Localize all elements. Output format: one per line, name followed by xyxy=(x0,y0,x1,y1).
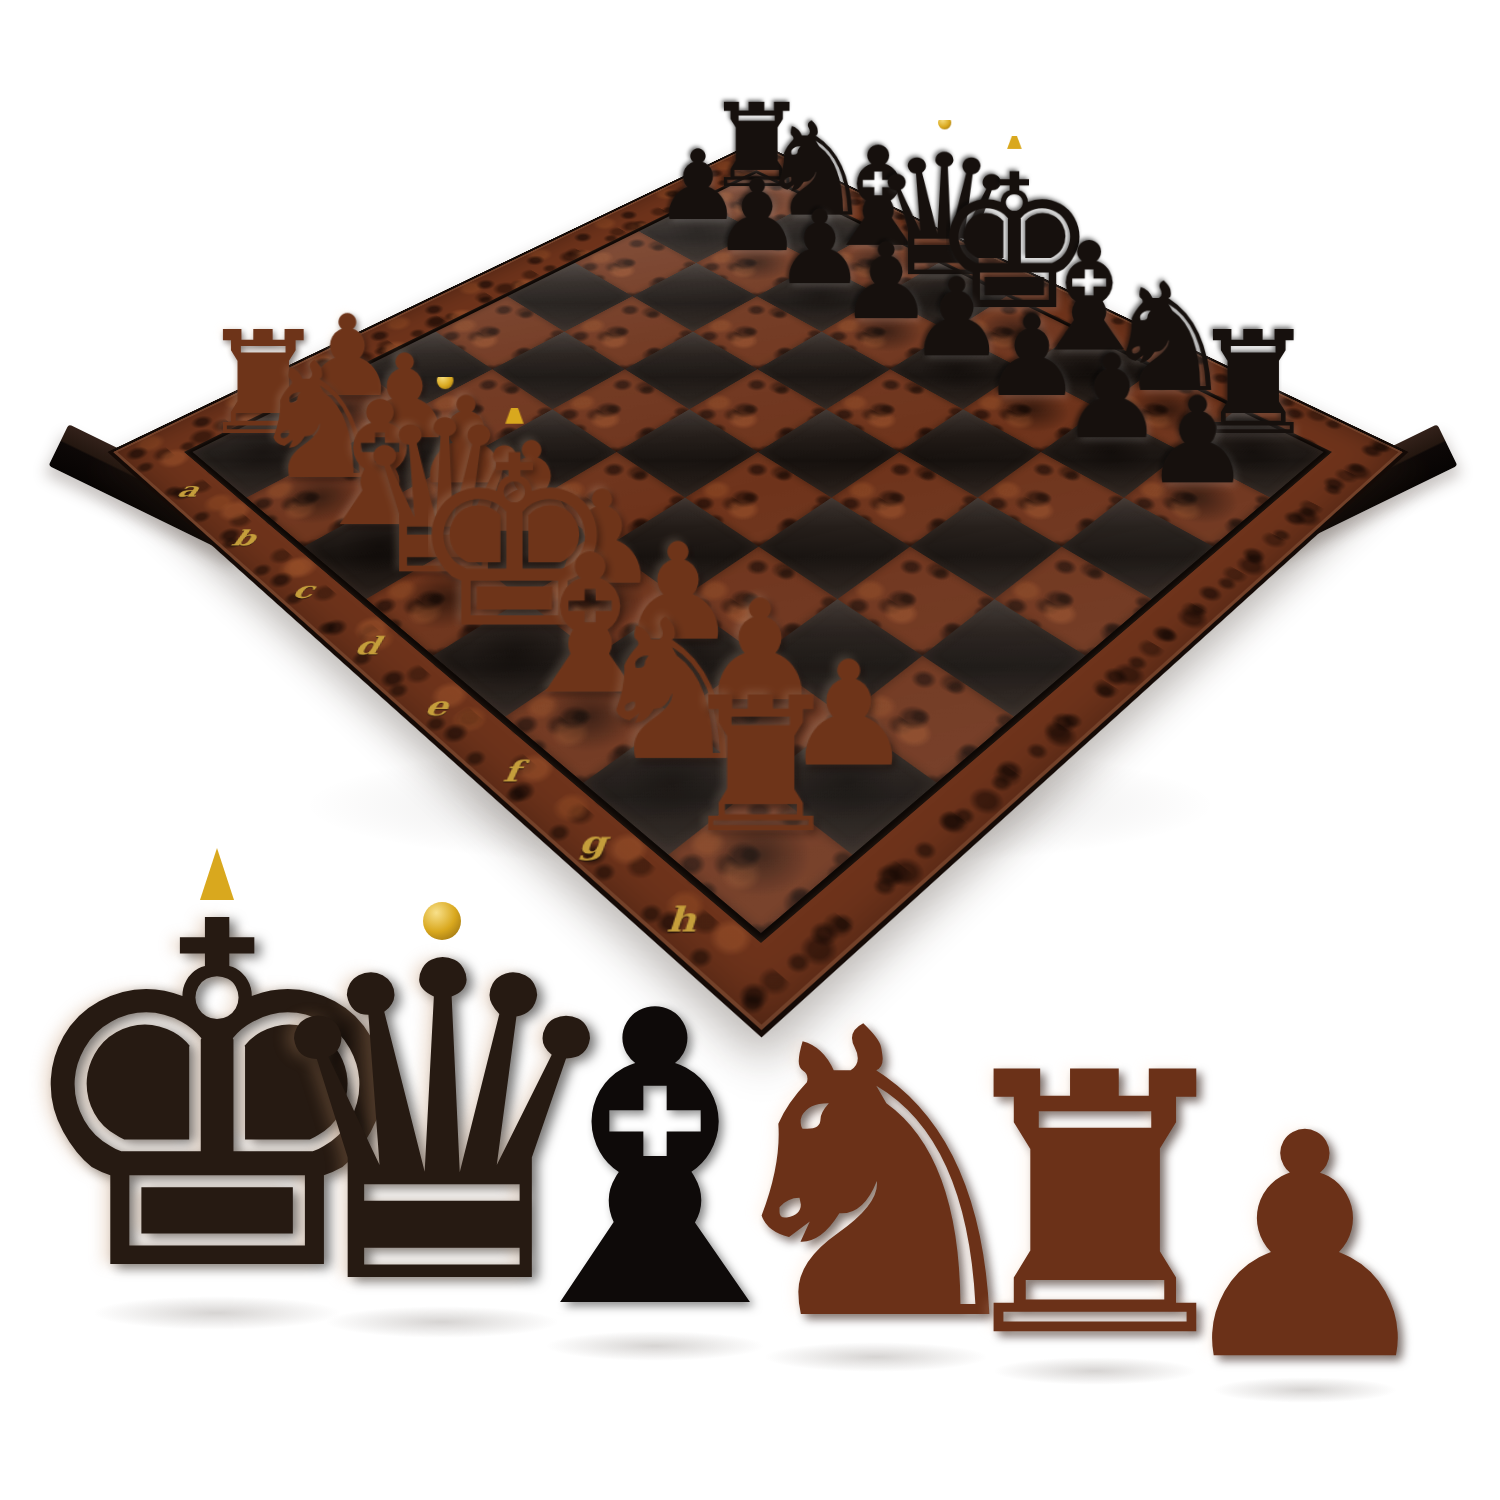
gold-ball-finial xyxy=(423,902,461,940)
chessboard-scene: abcdefgh ♜♞♝♛♚♝♞♜♟♟♟♟♟♟♟♟♟♟♟♟♟♟♟♟♜♞♝♛♚♝♞… xyxy=(0,0,1500,900)
lineup-pawn: ♟ xyxy=(1205,1108,1405,1387)
gold-spike-finial xyxy=(200,848,234,900)
file-label-f: f xyxy=(501,755,522,789)
gold-spike-finial xyxy=(1007,129,1022,149)
piece-lineup: ♚ ♛ ♝ ♞ ♜ ♟ xyxy=(0,830,1500,1450)
gold-spike-finial xyxy=(505,398,523,423)
piece-glyph: ♟ xyxy=(1144,384,1252,498)
file-label-e: e xyxy=(422,691,451,722)
white-rook[interactable]: ♜ xyxy=(687,659,833,855)
gold-ball-finial xyxy=(938,116,951,129)
gold-ball-finial xyxy=(437,372,454,389)
piece-glyph: ♜ xyxy=(677,678,844,855)
pawn-glyph: ♟ xyxy=(1166,1108,1444,1387)
black-pawn[interactable]: ♟ xyxy=(1148,372,1246,498)
